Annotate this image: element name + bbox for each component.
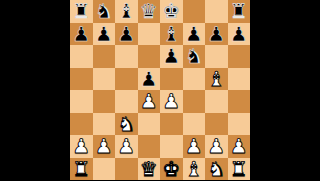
white-pawn[interactable]: ♟	[72, 135, 90, 157]
square-h6[interactable]	[228, 45, 251, 68]
square-d8[interactable]: ♛	[138, 0, 161, 23]
white-pawn[interactable]: ♟	[95, 135, 113, 157]
white-pawn[interactable]: ♟	[207, 135, 225, 157]
square-h5[interactable]	[228, 68, 251, 91]
left-letterbox-bar	[0, 0, 70, 180]
black-pawn[interactable]: ♟	[72, 23, 90, 45]
square-g6[interactable]	[205, 45, 228, 68]
square-g4[interactable]	[205, 90, 228, 113]
white-knight[interactable]: ♞	[207, 158, 225, 180]
square-e3[interactable]	[160, 113, 183, 136]
square-g3[interactable]	[205, 113, 228, 136]
square-c1[interactable]	[115, 158, 138, 181]
square-g5[interactable]: ♝	[205, 68, 228, 91]
square-a2[interactable]: ♟	[70, 135, 93, 158]
white-pawn[interactable]: ♟	[140, 90, 158, 112]
square-h7[interactable]: ♟	[228, 23, 251, 46]
black-pawn[interactable]: ♟	[185, 23, 203, 45]
square-f2[interactable]: ♟	[183, 135, 206, 158]
square-c7[interactable]: ♟	[115, 23, 138, 46]
square-e6[interactable]: ♟	[160, 45, 183, 68]
black-pawn[interactable]: ♟	[117, 23, 135, 45]
chess-board: ♜♞♝♛♚♜♟♟♟♝♟♟♟♟♞♟♝♟♟♞♟♟♟♟♟♟♜♛♚♝♞♜	[70, 0, 250, 180]
square-c5[interactable]	[115, 68, 138, 91]
square-d1[interactable]: ♛	[138, 158, 161, 181]
square-b4[interactable]	[93, 90, 116, 113]
square-d5[interactable]: ♟	[138, 68, 161, 91]
video-frame: ♜♞♝♛♚♜♟♟♟♝♟♟♟♟♞♟♝♟♟♞♟♟♟♟♟♟♜♛♚♝♞♜	[0, 0, 320, 180]
square-f8[interactable]	[183, 0, 206, 23]
square-e8[interactable]: ♚	[160, 0, 183, 23]
square-c6[interactable]	[115, 45, 138, 68]
black-queen[interactable]: ♛	[140, 0, 158, 22]
black-king[interactable]: ♚	[162, 0, 180, 22]
black-pawn[interactable]: ♟	[140, 68, 158, 90]
square-g8[interactable]	[205, 0, 228, 23]
square-h3[interactable]	[228, 113, 251, 136]
square-b7[interactable]: ♟	[93, 23, 116, 46]
right-letterbox-bar	[250, 0, 320, 180]
black-knight[interactable]: ♞	[95, 0, 113, 22]
square-b1[interactable]	[93, 158, 116, 181]
white-queen[interactable]: ♛	[140, 158, 158, 180]
square-e7[interactable]: ♝	[160, 23, 183, 46]
square-e1[interactable]: ♚	[160, 158, 183, 181]
black-bishop[interactable]: ♝	[162, 23, 180, 45]
square-c2[interactable]: ♟	[115, 135, 138, 158]
square-a3[interactable]	[70, 113, 93, 136]
square-b6[interactable]	[93, 45, 116, 68]
white-knight[interactable]: ♞	[117, 113, 135, 135]
white-bishop[interactable]: ♝	[207, 68, 225, 90]
square-a7[interactable]: ♟	[70, 23, 93, 46]
square-d7[interactable]	[138, 23, 161, 46]
square-c3[interactable]: ♞	[115, 113, 138, 136]
square-a8[interactable]: ♜	[70, 0, 93, 23]
square-b3[interactable]	[93, 113, 116, 136]
black-pawn[interactable]: ♟	[207, 23, 225, 45]
square-d3[interactable]	[138, 113, 161, 136]
square-e5[interactable]	[160, 68, 183, 91]
white-king[interactable]: ♚	[162, 158, 180, 180]
white-bishop[interactable]: ♝	[185, 158, 203, 180]
square-f5[interactable]	[183, 68, 206, 91]
square-g2[interactable]: ♟	[205, 135, 228, 158]
square-d4[interactable]: ♟	[138, 90, 161, 113]
square-e4[interactable]: ♟	[160, 90, 183, 113]
square-a1[interactable]: ♜	[70, 158, 93, 181]
black-rook[interactable]: ♜	[72, 0, 90, 22]
square-c4[interactable]	[115, 90, 138, 113]
white-pawn[interactable]: ♟	[185, 135, 203, 157]
square-a6[interactable]	[70, 45, 93, 68]
white-pawn[interactable]: ♟	[117, 135, 135, 157]
square-g7[interactable]: ♟	[205, 23, 228, 46]
white-pawn[interactable]: ♟	[162, 90, 180, 112]
black-knight[interactable]: ♞	[185, 45, 203, 67]
white-rook[interactable]: ♜	[230, 158, 248, 180]
square-c8[interactable]: ♝	[115, 0, 138, 23]
square-b2[interactable]: ♟	[93, 135, 116, 158]
square-f1[interactable]: ♝	[183, 158, 206, 181]
square-f7[interactable]: ♟	[183, 23, 206, 46]
square-a4[interactable]	[70, 90, 93, 113]
square-h2[interactable]: ♟	[228, 135, 251, 158]
square-h1[interactable]: ♜	[228, 158, 251, 181]
square-b5[interactable]	[93, 68, 116, 91]
square-h4[interactable]	[228, 90, 251, 113]
square-f4[interactable]	[183, 90, 206, 113]
black-pawn[interactable]: ♟	[162, 45, 180, 67]
square-h8[interactable]: ♜	[228, 0, 251, 23]
black-pawn[interactable]: ♟	[95, 23, 113, 45]
black-pawn[interactable]: ♟	[230, 23, 248, 45]
square-g1[interactable]: ♞	[205, 158, 228, 181]
square-d2[interactable]	[138, 135, 161, 158]
square-f6[interactable]: ♞	[183, 45, 206, 68]
square-e2[interactable]	[160, 135, 183, 158]
black-rook[interactable]: ♜	[230, 0, 248, 22]
white-rook[interactable]: ♜	[72, 158, 90, 180]
white-pawn[interactable]: ♟	[230, 135, 248, 157]
square-f3[interactable]	[183, 113, 206, 136]
square-b8[interactable]: ♞	[93, 0, 116, 23]
square-a5[interactable]	[70, 68, 93, 91]
black-bishop[interactable]: ♝	[117, 0, 135, 22]
square-d6[interactable]	[138, 45, 161, 68]
